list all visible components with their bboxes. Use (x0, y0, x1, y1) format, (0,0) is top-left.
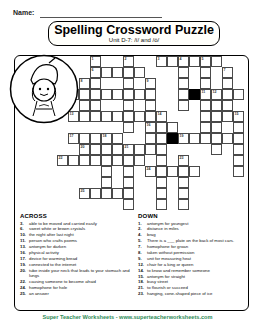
across-clue: 10.the night after last night (20, 232, 138, 237)
clue-number-label: 7. (138, 244, 147, 249)
answer-square[interactable]: 20 (79, 144, 90, 155)
black-square (189, 89, 200, 100)
page-subtitle: Unit D-7: /ī/ and /ō/ (49, 37, 219, 43)
clue-text: There is a ___ plate on the back of most… (147, 238, 242, 243)
clue-number-label: 12. (138, 262, 147, 267)
down-clue: 12.chair for a king or queen (138, 262, 242, 267)
answer-square[interactable] (134, 111, 145, 122)
answer-square[interactable] (233, 166, 244, 177)
clue-text: antonym for straight (147, 274, 242, 279)
clue-number: 23 (180, 156, 184, 161)
answer-square[interactable] (123, 122, 134, 133)
clue-number-label: 5. (138, 238, 147, 243)
across-clue: 19.connected to the internet (20, 262, 138, 267)
down-clue: 8.taken without permission (138, 250, 242, 255)
clue-text: to know and remember someone (147, 268, 242, 273)
answer-square[interactable] (123, 111, 134, 122)
answer-square[interactable] (145, 111, 156, 122)
clue-text: connected to the internet (29, 262, 138, 267)
clue-number: 17 (70, 134, 74, 139)
clue-number: 22 (59, 156, 63, 161)
answer-square[interactable]: 24 (145, 166, 156, 177)
down-clue: 14.to know and remember someone (138, 268, 242, 273)
clue-text: hanging, cone-shaped piece of ice (147, 291, 242, 296)
clue-number: 2 (125, 57, 127, 62)
answer-square[interactable] (101, 89, 112, 100)
answer-square[interactable] (178, 100, 189, 111)
clue-number-label: 24. (20, 285, 29, 290)
clue-number: 4 (180, 57, 182, 62)
answer-square[interactable]: 17 (68, 133, 79, 144)
clue-number-label: 4. (138, 232, 147, 237)
across-clue: 13.antonym for darken (20, 244, 138, 249)
across-header: ACROSS (20, 213, 138, 219)
clue-text: device for warming bread (29, 256, 138, 261)
clue-number: 24 (147, 167, 151, 172)
answer-square[interactable] (90, 188, 101, 199)
answer-square[interactable] (178, 67, 189, 78)
answer-square[interactable] (123, 177, 134, 188)
answer-square[interactable] (222, 111, 233, 122)
answer-square[interactable] (156, 166, 167, 177)
answer-square[interactable] (178, 199, 189, 210)
clue-number-label: 1. (138, 221, 147, 226)
answer-square[interactable] (145, 89, 156, 100)
answer-square[interactable] (178, 166, 189, 177)
across-clue: 16.physical activity (20, 250, 138, 255)
clue-text: able to be moved and carried easily (29, 221, 138, 226)
down-clue: 21.to flourish or succeed (138, 285, 242, 290)
answer-square[interactable] (178, 177, 189, 188)
answer-square[interactable] (101, 188, 112, 199)
answer-square[interactable]: 25 (79, 188, 90, 199)
clue-number: 21 (125, 145, 129, 150)
clue-text: an answer (29, 291, 138, 296)
answer-square[interactable] (90, 144, 101, 155)
clue-number-label: 3. (20, 221, 29, 226)
clue-number-label: 17. (20, 256, 29, 261)
answer-square[interactable] (134, 67, 145, 78)
answer-square[interactable] (233, 89, 244, 100)
clue-number: 18 (103, 134, 107, 139)
answer-square[interactable] (178, 89, 189, 100)
clue-number-label: 14. (138, 268, 147, 273)
clue-number: 25 (81, 189, 85, 194)
answer-square[interactable]: 8 (79, 78, 90, 89)
clue-text: distance in miles (147, 226, 242, 231)
clue-number: 20 (81, 145, 85, 150)
answer-square[interactable] (156, 144, 167, 155)
answer-square[interactable] (79, 111, 90, 122)
answer-square[interactable]: 4 (178, 56, 189, 67)
answer-square[interactable]: 3 (156, 56, 167, 67)
down-clue: 7.homophone for groan (138, 244, 242, 249)
answer-square[interactable] (134, 89, 145, 100)
clue-text: tube inside your neck that leads to your… (29, 268, 138, 279)
clue-number-label: 9. (138, 256, 147, 261)
answer-square[interactable] (101, 144, 112, 155)
answer-square[interactable] (156, 122, 167, 133)
answer-square[interactable]: 23 (178, 155, 189, 166)
clue-number: 3 (158, 57, 160, 62)
clue-number-label: 22. (20, 279, 29, 284)
answer-square[interactable] (200, 78, 211, 89)
across-clue: 24.homophone for hole (20, 285, 138, 290)
clue-text: antonym for youngest (147, 221, 242, 226)
answer-square[interactable] (90, 111, 101, 122)
answer-square[interactable] (156, 133, 167, 144)
answer-square[interactable]: 9 (145, 78, 156, 89)
clue-number-label: 11. (20, 238, 29, 243)
answer-square[interactable] (101, 155, 112, 166)
across-clues: ACROSS 3.able to be moved and carried ea… (20, 213, 138, 297)
clue-number: 5 (202, 57, 204, 62)
answer-square[interactable]: 19 (178, 133, 189, 144)
answer-square[interactable] (211, 111, 222, 122)
across-clue: 11.person who crafts poems (20, 238, 138, 243)
answer-square[interactable] (79, 155, 90, 166)
answer-square[interactable] (145, 133, 156, 144)
clue-number: 19 (180, 134, 184, 139)
answer-square[interactable]: 7 (222, 67, 233, 78)
answer-square[interactable] (79, 133, 90, 144)
answer-square[interactable]: 5 (200, 56, 211, 67)
across-clue: 17.device for warming bread (20, 256, 138, 261)
clue-number-label: 6. (20, 226, 29, 231)
clue-number: 14 (158, 112, 162, 117)
answer-square[interactable] (90, 155, 101, 166)
down-clues: DOWN 1.antonym for youngest2.distance in… (138, 213, 242, 297)
across-clue: 6.sweet white or brown crystals (20, 226, 138, 231)
answer-square[interactable] (101, 67, 112, 78)
across-clue: 25.an answer (20, 291, 138, 296)
answer-square[interactable]: 18 (101, 133, 112, 144)
clue-text: the night after last night (29, 232, 138, 237)
answer-square[interactable]: 15 (233, 111, 244, 122)
clue-number-label: 19. (20, 262, 29, 267)
down-clue: 18.busy street (138, 279, 242, 284)
answer-square[interactable] (101, 166, 112, 177)
answer-square[interactable] (167, 56, 178, 67)
answer-square[interactable] (233, 133, 244, 144)
clue-number-label: 23. (138, 291, 147, 296)
answer-square[interactable] (145, 144, 156, 155)
answer-square[interactable]: 11 (200, 89, 211, 100)
answer-square[interactable] (200, 111, 211, 122)
answer-square[interactable] (189, 166, 200, 177)
black-square (167, 133, 178, 144)
clue-text: physical activity (29, 250, 138, 255)
answer-square[interactable] (112, 144, 123, 155)
answer-square[interactable]: 14 (156, 111, 167, 122)
answer-square[interactable] (200, 67, 211, 78)
page-title: Spelling Crossword Puzzle (49, 24, 219, 37)
gnome-girl-drawing (9, 54, 79, 124)
clue-number: 7 (224, 68, 226, 73)
answer-square[interactable] (178, 188, 189, 199)
down-clue: 23.hanging, cone-shaped piece of ice (138, 291, 242, 296)
answer-square[interactable] (90, 133, 101, 144)
clue-number: 12 (213, 90, 217, 95)
answer-square[interactable] (90, 100, 101, 111)
clue-number-label: 15. (138, 274, 147, 279)
answer-square[interactable] (222, 89, 233, 100)
down-clue: 9.unit for measuring heat (138, 256, 242, 261)
answer-square[interactable] (156, 155, 167, 166)
across-clue: 3.able to be moved and carried easily (20, 221, 138, 226)
clue-number-label: 16. (20, 250, 29, 255)
down-clue: 1.antonym for youngest (138, 221, 242, 226)
answer-square[interactable] (189, 133, 200, 144)
answer-square[interactable] (134, 144, 145, 155)
clue-number-label: 18. (138, 279, 147, 284)
clue-number: 15 (235, 112, 239, 117)
answer-square[interactable] (112, 67, 123, 78)
answer-square[interactable] (123, 166, 134, 177)
answer-square[interactable] (123, 78, 134, 89)
answer-square[interactable] (112, 188, 123, 199)
clue-number-label: 21. (138, 285, 147, 290)
clue-number: 6 (92, 68, 94, 73)
answer-square[interactable] (222, 78, 233, 89)
answer-square[interactable] (90, 78, 101, 89)
down-clue: 4.brag (138, 232, 242, 237)
answer-square[interactable] (123, 67, 134, 78)
answer-square[interactable] (68, 155, 79, 166)
clue-number: 9 (147, 79, 149, 84)
clue-number-label: 25. (20, 291, 29, 296)
answer-square[interactable] (134, 155, 145, 166)
clue-number-label: 8. (138, 250, 147, 255)
answer-square[interactable] (123, 100, 134, 111)
answer-square[interactable] (79, 89, 90, 100)
clue-section: ACROSS 3.able to be moved and carried ea… (20, 213, 242, 297)
answer-square[interactable] (189, 56, 200, 67)
answer-square[interactable] (90, 89, 101, 100)
clue-text: antonym for darken (29, 244, 138, 249)
answer-square[interactable] (101, 177, 112, 188)
clue-number-label: 13. (20, 244, 29, 249)
answer-square[interactable] (233, 155, 244, 166)
answer-square[interactable] (200, 122, 211, 133)
down-clue: 15.antonym for straight (138, 274, 242, 279)
answer-square[interactable] (123, 89, 134, 100)
clue-text: chair for a king or queen (147, 262, 242, 267)
answer-square[interactable] (123, 199, 134, 210)
clue-number: 11 (202, 90, 206, 95)
clue-text: busy street (147, 279, 242, 284)
title-banner: Spelling Crossword Puzzle Unit D-7: /ī/ … (48, 21, 220, 46)
answer-square[interactable]: 21 (123, 144, 134, 155)
answer-square[interactable] (101, 111, 112, 122)
answer-square[interactable] (178, 78, 189, 89)
clue-text: taken without permission (147, 250, 242, 255)
clue-number-label: 2. (138, 226, 147, 231)
clue-text: causing someone to become afraid (29, 279, 138, 284)
answer-square[interactable] (233, 122, 244, 133)
answer-square[interactable] (123, 188, 134, 199)
answer-square[interactable] (112, 133, 123, 144)
answer-square[interactable] (222, 100, 233, 111)
clue-number: 1 (92, 57, 94, 62)
crossword-grid: 1234567891011121314151617181920212223242… (57, 56, 244, 210)
answer-square[interactable] (156, 199, 167, 210)
clue-text: homophone for hole (29, 285, 138, 290)
clue-text: to flourish or succeed (147, 285, 242, 290)
answer-square[interactable]: 2 (123, 56, 134, 67)
down-clue: 2.distance in miles (138, 226, 242, 231)
answer-square[interactable] (112, 111, 123, 122)
clue-text: homophone for groan (147, 244, 242, 249)
answer-square[interactable] (167, 122, 178, 133)
answer-square[interactable]: 12 (211, 89, 222, 100)
answer-square[interactable] (145, 100, 156, 111)
answer-square[interactable]: 16 (145, 122, 156, 133)
name-label: Name: (13, 9, 34, 16)
answer-square[interactable] (112, 89, 123, 100)
answer-square[interactable]: 6 (90, 67, 101, 78)
clue-text: brag (147, 232, 242, 237)
answer-square[interactable] (211, 122, 222, 133)
mascot-illustration (9, 54, 79, 128)
answer-square[interactable] (200, 133, 211, 144)
clue-number-label: 10. (20, 232, 29, 237)
answer-square[interactable] (123, 155, 134, 166)
clue-number: 8 (81, 79, 83, 84)
answer-square[interactable] (79, 100, 90, 111)
clue-text: sweet white or brown crystals (29, 226, 138, 231)
answer-square[interactable] (211, 56, 222, 67)
answer-square[interactable] (211, 133, 222, 144)
down-header: DOWN (138, 213, 242, 219)
clue-text: person who crafts poems (29, 238, 138, 243)
answer-square[interactable]: 1 (90, 56, 101, 67)
answer-square[interactable] (112, 155, 123, 166)
clue-text: unit for measuring heat (147, 256, 242, 261)
across-clue: 22.causing someone to become afraid (20, 279, 138, 284)
answer-square[interactable] (200, 100, 211, 111)
answer-square[interactable] (156, 188, 167, 199)
down-clue: 5.There is a ___ plate on the back of mo… (138, 238, 242, 243)
answer-square[interactable] (156, 177, 167, 188)
answer-square[interactable] (211, 100, 222, 111)
answer-square[interactable] (233, 144, 244, 155)
answer-square[interactable] (211, 144, 222, 155)
clue-number: 16 (147, 123, 151, 128)
clue-number-label: 20. (20, 268, 29, 279)
answer-square[interactable] (222, 133, 233, 144)
name-blank-line[interactable] (40, 17, 162, 18)
footer-credit: Super Teacher Worksheets - www.superteac… (0, 314, 255, 320)
answer-square[interactable]: 22 (57, 155, 68, 166)
answer-square[interactable] (167, 166, 178, 177)
across-clue: 20.tube inside your neck that leads to y… (20, 268, 138, 279)
